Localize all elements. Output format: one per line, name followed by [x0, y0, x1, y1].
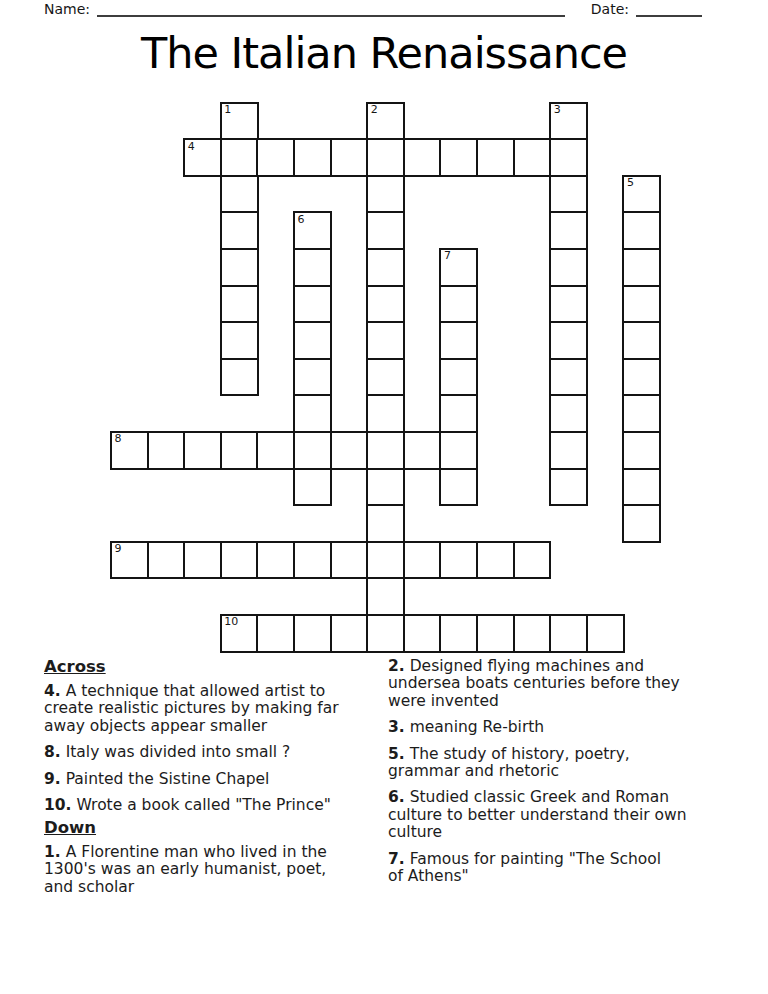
clue-item-text: Painted the Sistine Chapel	[66, 770, 270, 788]
grid-cell[interactable]: 10	[220, 614, 259, 653]
grid-cell[interactable]: 2	[366, 102, 405, 141]
clue-item-number: 4.	[44, 682, 61, 700]
grid-cell[interactable]	[622, 285, 661, 324]
clue-item-number: 8.	[44, 743, 61, 761]
clue-number: 6	[298, 214, 305, 226]
grid-cell[interactable]	[549, 431, 588, 470]
grid-cell[interactable]	[439, 614, 478, 653]
crossword-grid: 12345678910	[110, 102, 661, 653]
clue-item-text: A Florentine man who lived in the 1300's…	[44, 843, 327, 896]
date-label: Date:	[591, 1, 629, 17]
grid-cell[interactable]	[220, 248, 259, 287]
grid-cell[interactable]	[366, 248, 405, 287]
date-blank-line	[636, 2, 702, 17]
grid-cell[interactable]	[220, 431, 259, 470]
grid-cell[interactable]	[366, 211, 405, 250]
grid-cell[interactable]: 9	[110, 541, 149, 580]
clue-number: 7	[444, 250, 451, 262]
clue-item-number: 9.	[44, 770, 61, 788]
worksheet-header: Name: Date:	[44, 1, 702, 17]
clue-number: 1	[224, 104, 231, 116]
grid-cell[interactable]	[220, 211, 259, 250]
grid-cell[interactable]: 7	[439, 248, 478, 287]
grid-cell[interactable]	[366, 431, 405, 470]
clue-item: 8.Italy was divided into small ?	[44, 744, 402, 761]
grid-cell[interactable]	[366, 321, 405, 360]
grid-cell[interactable]	[293, 321, 332, 360]
grid-cell[interactable]	[549, 175, 588, 214]
grid-cell[interactable]	[366, 394, 405, 433]
clue-number: 9	[115, 543, 122, 555]
grid-cell[interactable]	[622, 321, 661, 360]
clue-item-number: 1.	[44, 843, 61, 861]
grid-cell[interactable]	[293, 248, 332, 287]
grid-cell[interactable]: 3	[549, 102, 588, 141]
grid-cell[interactable]: 4	[183, 138, 222, 177]
grid-cell[interactable]	[366, 614, 405, 653]
clue-item: 9.Painted the Sistine Chapel	[44, 771, 402, 788]
grid-cell[interactable]	[439, 394, 478, 433]
grid-cell[interactable]	[293, 431, 332, 470]
grid-cell[interactable]	[147, 431, 186, 470]
clue-item-number: 5.	[388, 745, 405, 763]
grid-cell[interactable]	[366, 138, 405, 177]
grid-cell[interactable]	[293, 358, 332, 397]
clue-item: 7.Famous for painting "The School of Ath…	[388, 851, 766, 886]
clue-number: 4	[188, 141, 195, 153]
grid-cell[interactable]	[622, 358, 661, 397]
grid-cell[interactable]	[366, 504, 405, 543]
grid-cell[interactable]	[622, 248, 661, 287]
grid-cell[interactable]	[256, 541, 295, 580]
grid-cell[interactable]	[293, 285, 332, 324]
grid-cell[interactable]	[549, 358, 588, 397]
grid-cell[interactable]	[256, 431, 295, 470]
grid-cell[interactable]	[403, 431, 442, 470]
grid-cell[interactable]	[366, 358, 405, 397]
clue-item: 6.Studied classic Greek and Roman cultur…	[388, 789, 766, 841]
grid-cell[interactable]: 1	[220, 102, 259, 141]
grid-cell[interactable]	[330, 614, 369, 653]
clue-number: 5	[627, 177, 634, 189]
name-blank-line	[97, 2, 565, 17]
grid-cell[interactable]	[403, 138, 442, 177]
grid-cell[interactable]	[366, 577, 405, 616]
grid-cell[interactable]	[366, 175, 405, 214]
grid-cell[interactable]	[549, 394, 588, 433]
grid-cell[interactable]	[513, 138, 552, 177]
grid-cell[interactable]	[476, 541, 515, 580]
grid-cell[interactable]	[586, 614, 625, 653]
clues-left-column: Across 4.A technique that allowed artist…	[44, 658, 402, 905]
grid-cell[interactable]: 5	[622, 175, 661, 214]
grid-cell[interactable]	[549, 468, 588, 507]
clue-number: 10	[224, 616, 238, 628]
grid-cell[interactable]	[220, 285, 259, 324]
grid-cell[interactable]	[403, 614, 442, 653]
grid-cell[interactable]	[476, 614, 515, 653]
grid-cell[interactable]	[293, 614, 332, 653]
grid-cell[interactable]	[513, 614, 552, 653]
grid-cell[interactable]	[549, 138, 588, 177]
grid-cell[interactable]	[293, 394, 332, 433]
clue-item-number: 6.	[388, 788, 405, 806]
grid-cell[interactable]	[622, 468, 661, 507]
grid-cell[interactable]	[439, 285, 478, 324]
grid-cell[interactable]	[549, 248, 588, 287]
grid-cell[interactable]	[439, 138, 478, 177]
clue-item: 4.A technique that allowed artist to cre…	[44, 683, 402, 735]
page-title: The Italian Renaissance	[0, 27, 768, 79]
clue-item: 3.meaning Re-birth	[388, 719, 766, 736]
clue-item-text: The study of history, poetry, grammar an…	[388, 745, 630, 780]
grid-cell[interactable]	[513, 541, 552, 580]
clue-item-number: 10.	[44, 796, 71, 814]
grid-cell[interactable]	[439, 431, 478, 470]
clue-item-text: Italy was divided into small ?	[66, 743, 291, 761]
grid-cell[interactable]	[330, 138, 369, 177]
grid-cell[interactable]	[183, 431, 222, 470]
clue-item-number: 7.	[388, 850, 405, 868]
clue-item: 5.The study of history, poetry, grammar …	[388, 746, 766, 781]
clue-item-text: Wrote a book called "The Prince"	[76, 796, 330, 814]
clue-item-text: meaning Re-birth	[410, 718, 544, 736]
grid-cell[interactable]: 8	[110, 431, 149, 470]
grid-cell[interactable]	[476, 138, 515, 177]
clue-item: 10.Wrote a book called "The Prince"	[44, 797, 402, 814]
grid-cell[interactable]	[293, 541, 332, 580]
grid-cell[interactable]	[147, 541, 186, 580]
grid-cell[interactable]	[549, 321, 588, 360]
grid-cell[interactable]	[256, 614, 295, 653]
clue-item-number: 2.	[388, 657, 405, 675]
grid-cell[interactable]	[439, 541, 478, 580]
grid-cell[interactable]	[403, 541, 442, 580]
grid-cell[interactable]	[183, 541, 222, 580]
clue-item-text: Famous for painting "The School of Athen…	[388, 850, 661, 885]
clue-number: 2	[371, 104, 378, 116]
clue-number: 8	[115, 433, 122, 445]
grid-cell[interactable]	[330, 541, 369, 580]
grid-cell[interactable]	[220, 175, 259, 214]
grid-cell[interactable]	[439, 321, 478, 360]
grid-cell[interactable]	[293, 138, 332, 177]
grid-cell[interactable]	[622, 431, 661, 470]
grid-cell[interactable]	[366, 468, 405, 507]
across-header: Across	[44, 658, 402, 676]
grid-cell[interactable]	[549, 285, 588, 324]
grid-cell[interactable]	[366, 285, 405, 324]
down-header: Down	[44, 819, 402, 837]
clue-item: 1.A Florentine man who lived in the 1300…	[44, 844, 402, 896]
clue-item: 2.Designed flying machines and undersea …	[388, 658, 766, 710]
grid-cell[interactable]	[366, 541, 405, 580]
grid-cell[interactable]	[622, 394, 661, 433]
grid-cell[interactable]	[622, 211, 661, 250]
grid-cell[interactable]	[220, 358, 259, 397]
grid-cell[interactable]	[549, 614, 588, 653]
clue-item-text: Studied classic Greek and Roman culture …	[388, 788, 687, 841]
grid-cell[interactable]	[439, 468, 478, 507]
clue-number: 3	[554, 104, 561, 116]
clue-item-number: 3.	[388, 718, 405, 736]
grid-cell[interactable]	[220, 541, 259, 580]
grid-cell[interactable]	[330, 431, 369, 470]
grid-cell[interactable]	[549, 211, 588, 250]
clue-item-text: A technique that allowed artist to creat…	[44, 682, 339, 735]
clue-item-text: Designed flying machines and undersea bo…	[388, 657, 680, 710]
grid-cell[interactable]	[220, 321, 259, 360]
grid-cell[interactable]	[439, 358, 478, 397]
grid-cell[interactable]: 6	[293, 211, 332, 250]
grid-cell[interactable]	[622, 504, 661, 543]
name-label: Name:	[44, 1, 90, 17]
grid-cell[interactable]	[256, 138, 295, 177]
grid-cell[interactable]	[293, 468, 332, 507]
grid-cell[interactable]	[220, 138, 259, 177]
clues-right-column: 2.Designed flying machines and undersea …	[388, 658, 766, 894]
